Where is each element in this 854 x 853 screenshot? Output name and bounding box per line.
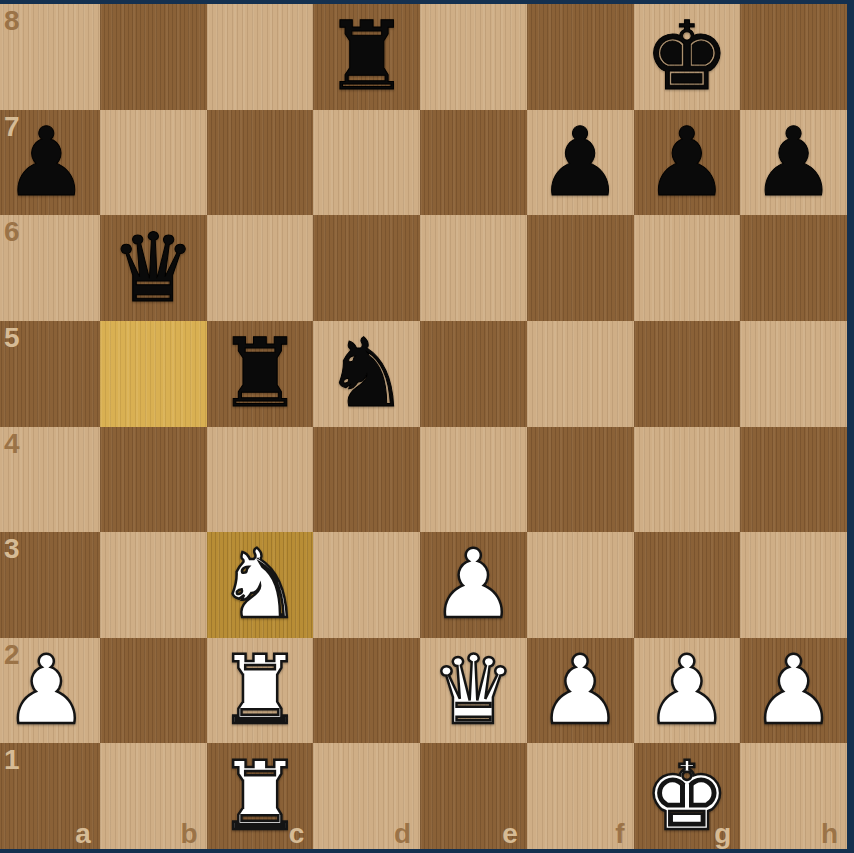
square-h8[interactable] [740, 4, 847, 110]
square-b4[interactable] [100, 427, 207, 533]
square-h2[interactable]: ♟ [740, 638, 847, 744]
square-f1[interactable]: f [527, 743, 634, 849]
file-label-a: a [75, 818, 91, 849]
square-a2[interactable]: 2♟ [0, 638, 100, 744]
square-b1[interactable]: b [100, 743, 207, 849]
piece-white-pawn-a2[interactable]: ♟ [0, 638, 100, 744]
square-f6[interactable] [527, 215, 634, 321]
square-a3[interactable]: 3 [0, 532, 100, 638]
rank-label-5: 5 [4, 322, 20, 354]
square-g5[interactable] [634, 321, 741, 427]
piece-black-knight-d5[interactable]: ♞ [313, 321, 420, 427]
square-d6[interactable] [313, 215, 420, 321]
square-d2[interactable] [313, 638, 420, 744]
square-e3[interactable]: ♟ [420, 532, 527, 638]
square-b3[interactable] [100, 532, 207, 638]
piece-white-knight-c3[interactable]: ♞ [207, 532, 314, 638]
square-c8[interactable] [207, 4, 314, 110]
square-d7[interactable] [313, 110, 420, 216]
square-f8[interactable] [527, 4, 634, 110]
piece-white-queen-e2[interactable]: ♛ [420, 638, 527, 744]
piece-white-pawn-f2[interactable]: ♟ [527, 638, 634, 744]
square-b5[interactable] [100, 321, 207, 427]
piece-black-pawn-f7[interactable]: ♟ [527, 110, 634, 216]
piece-black-queen-b6[interactable]: ♛ [100, 215, 207, 321]
square-d3[interactable] [313, 532, 420, 638]
file-label-h: h [821, 818, 838, 849]
square-c5[interactable]: ♜ [207, 321, 314, 427]
rank-label-3: 3 [4, 533, 20, 565]
square-g2[interactable]: ♟ [634, 638, 741, 744]
square-h5[interactable] [740, 321, 847, 427]
square-f2[interactable]: ♟ [527, 638, 634, 744]
square-c4[interactable] [207, 427, 314, 533]
square-h1[interactable]: h [740, 743, 847, 849]
piece-white-pawn-h2[interactable]: ♟ [740, 638, 847, 744]
square-e2[interactable]: ♛ [420, 638, 527, 744]
square-g8[interactable]: ♚ [634, 4, 741, 110]
rank-label-6: 6 [4, 216, 20, 248]
square-a5[interactable]: 5 [0, 321, 100, 427]
square-g3[interactable] [634, 532, 741, 638]
square-g1[interactable]: g♚ [634, 743, 741, 849]
square-f5[interactable] [527, 321, 634, 427]
square-e5[interactable] [420, 321, 527, 427]
square-a8[interactable]: 8 [0, 4, 100, 110]
square-d4[interactable] [313, 427, 420, 533]
square-a1[interactable]: 1a [0, 743, 100, 849]
file-label-b: b [180, 818, 197, 849]
piece-black-rook-d8[interactable]: ♜ [313, 4, 420, 110]
square-g7[interactable]: ♟ [634, 110, 741, 216]
piece-black-pawn-h7[interactable]: ♟ [740, 110, 847, 216]
chess-board: 8♜♚7♟♟♟♟6♛5♜♞43♞♟2♟♜♛♟♟♟1abc♜defg♚h [0, 4, 847, 849]
square-b2[interactable] [100, 638, 207, 744]
file-label-e: e [502, 818, 518, 849]
piece-black-king-g8[interactable]: ♚ [634, 4, 741, 110]
file-label-d: d [394, 818, 411, 849]
square-h3[interactable] [740, 532, 847, 638]
square-a4[interactable]: 4 [0, 427, 100, 533]
piece-white-rook-c2[interactable]: ♜ [207, 638, 314, 744]
square-c6[interactable] [207, 215, 314, 321]
square-e6[interactable] [420, 215, 527, 321]
square-e1[interactable]: e [420, 743, 527, 849]
square-a6[interactable]: 6 [0, 215, 100, 321]
square-d5[interactable]: ♞ [313, 321, 420, 427]
square-a7[interactable]: 7♟ [0, 110, 100, 216]
square-h4[interactable] [740, 427, 847, 533]
square-c3[interactable]: ♞ [207, 532, 314, 638]
piece-white-rook-c1[interactable]: ♜ [207, 743, 314, 849]
square-h7[interactable]: ♟ [740, 110, 847, 216]
piece-black-pawn-g7[interactable]: ♟ [634, 110, 741, 216]
square-c7[interactable] [207, 110, 314, 216]
piece-black-rook-c5[interactable]: ♜ [207, 321, 314, 427]
square-e7[interactable] [420, 110, 527, 216]
piece-white-pawn-g2[interactable]: ♟ [634, 638, 741, 744]
piece-white-pawn-e3[interactable]: ♟ [420, 532, 527, 638]
square-e8[interactable] [420, 4, 527, 110]
square-e4[interactable] [420, 427, 527, 533]
square-f7[interactable]: ♟ [527, 110, 634, 216]
rank-label-1: 1 [4, 744, 20, 776]
piece-black-pawn-a7[interactable]: ♟ [0, 110, 100, 216]
rank-label-8: 8 [4, 5, 20, 37]
square-b8[interactable] [100, 4, 207, 110]
square-f4[interactable] [527, 427, 634, 533]
square-h6[interactable] [740, 215, 847, 321]
square-b6[interactable]: ♛ [100, 215, 207, 321]
piece-white-king-g1[interactable]: ♚ [634, 743, 741, 849]
square-b7[interactable] [100, 110, 207, 216]
square-c1[interactable]: c♜ [207, 743, 314, 849]
square-d1[interactable]: d [313, 743, 420, 849]
file-label-f: f [615, 818, 624, 849]
square-g6[interactable] [634, 215, 741, 321]
square-d8[interactable]: ♜ [313, 4, 420, 110]
rank-label-4: 4 [4, 428, 20, 460]
square-f3[interactable] [527, 532, 634, 638]
square-g4[interactable] [634, 427, 741, 533]
square-c2[interactable]: ♜ [207, 638, 314, 744]
